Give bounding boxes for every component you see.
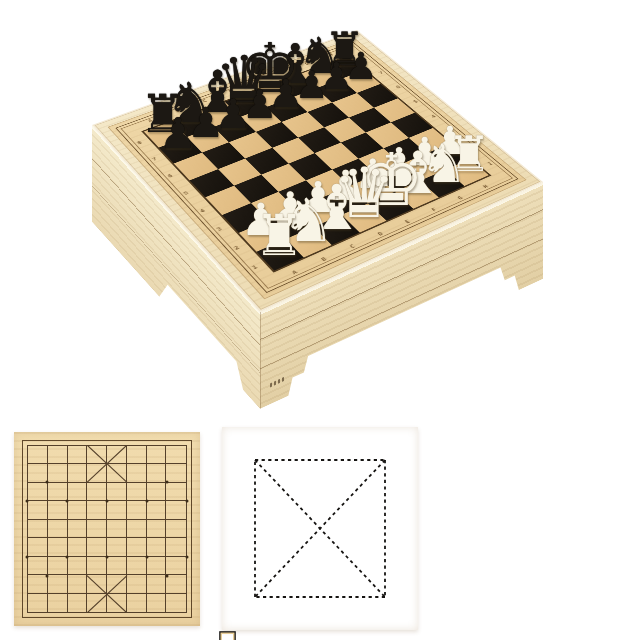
xiangqi-marker-dot	[66, 556, 69, 559]
xiangqi-marker-dot	[46, 481, 49, 484]
xiangqi-marker-dot	[186, 500, 189, 503]
xiangqi-marker-dot	[186, 556, 189, 559]
xiangqi-marker-dot	[106, 556, 109, 559]
xiangqi-marker-dot	[26, 556, 29, 559]
track-corner-point	[222, 634, 233, 640]
wood-stamp-mark	[270, 376, 286, 387]
xiangqi-marker-dot	[146, 500, 149, 503]
track-game-board: »»»»»»♟	[222, 427, 418, 630]
palace-diagonals	[27, 445, 187, 613]
xiangqi-marker-dot	[46, 574, 49, 577]
track-dashed-lines	[222, 427, 418, 630]
xiangqi-marker-dot	[26, 500, 29, 503]
xiangqi-marker-dot	[166, 574, 169, 577]
xiangqi-marker-dot	[166, 481, 169, 484]
chess-box-scene: AA88BB77CC66DD55EE44FF33GG22HH11 ♜♞♟♝♟♚♟…	[0, 0, 640, 430]
xiangqi-marker-dot	[66, 500, 69, 503]
xiangqi-board	[14, 432, 200, 626]
product-photo: AA88BB77CC66DD55EE44FF33GG22HH11 ♜♞♟♝♟♚♟…	[0, 0, 640, 640]
xiangqi-marker-dot	[106, 500, 109, 503]
xiangqi-marker-dot	[146, 556, 149, 559]
